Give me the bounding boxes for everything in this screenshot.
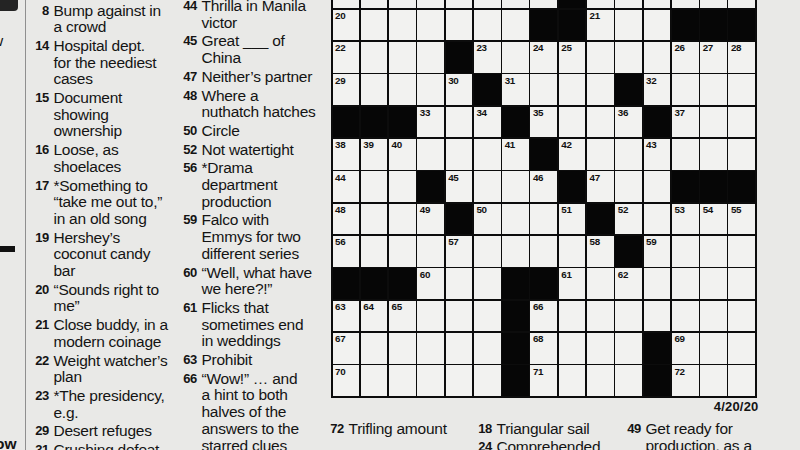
clue-text-line: China [202, 50, 285, 67]
cell-number: 72 [674, 366, 684, 377]
grid-cell-r4c15 [728, 10, 755, 41]
grid-cell-r3c4[interactable]: 18 [417, 0, 444, 8]
clue-44: 44Thrilla in Manilavictor [176, 0, 328, 31]
clue-16: 16Loose, asshoelaces [28, 142, 180, 175]
newspaper-crossword-page: w ow 8Bump against ina crowd14Hospital d… [0, 0, 800, 450]
grid-cell-r6c10[interactable] [587, 74, 614, 105]
grid-cell-r13c13[interactable] [672, 301, 699, 332]
grid-cell-r6c5[interactable]: 30 [446, 74, 473, 105]
grid-cell-r12c12[interactable] [644, 268, 671, 299]
clue-number: 16 [28, 142, 49, 175]
clue-text-line: Flicks that [202, 300, 304, 317]
cell-number: 56 [335, 236, 345, 247]
cell-number: 71 [533, 366, 543, 377]
bottom-clue-column-2: 18Triangular sail24Comprehended [470, 420, 600, 450]
cell-number: 51 [561, 204, 571, 215]
cell-number: 54 [703, 204, 713, 215]
clue-number: 14 [28, 38, 49, 88]
clue-number: 52 [176, 142, 197, 159]
grid-cell-r4c14 [700, 10, 727, 41]
grid-cell-r15c6[interactable] [474, 365, 501, 396]
grid-cell-r13c9[interactable] [559, 301, 586, 332]
cell-number: 37 [674, 107, 684, 118]
grid-cell-r11c3[interactable] [389, 236, 416, 267]
grid-cell-r13c6[interactable] [474, 301, 501, 332]
grid-cell-r13c15[interactable] [728, 301, 755, 332]
grid-cell-r6c12[interactable]: 32 [644, 74, 671, 105]
grid-cell-r4c10[interactable]: 21 [587, 10, 614, 41]
clue-text: Loose, asshoelaces [54, 142, 122, 175]
cell-number: 58 [590, 236, 600, 247]
grid-cell-r3c15[interactable] [728, 0, 755, 8]
clue-text-line: Get ready for [646, 420, 752, 437]
grid-cell-r15c3[interactable] [389, 365, 416, 396]
grid-cell-r12c4[interactable]: 60 [417, 268, 444, 299]
cell-number: 59 [646, 236, 656, 247]
clue-number: 49 [619, 420, 641, 450]
grid-cell-r15c14[interactable] [700, 365, 727, 396]
grid-cell-r15c12 [644, 365, 671, 396]
grid-cell-r7c6[interactable]: 34 [474, 107, 501, 138]
clue-text-line: halves of the [202, 404, 299, 421]
cell-number: 60 [420, 269, 430, 280]
grid-cell-r13c3[interactable]: 65 [389, 301, 416, 332]
grid-cell-r8c8 [530, 139, 557, 170]
clue-text-line: Weight watcher’s [54, 353, 168, 370]
grid-cell-r12c14[interactable] [700, 268, 727, 299]
clue-text-line: a hint to both [202, 387, 299, 404]
grid-cell-r5c3[interactable] [389, 42, 416, 73]
cell-number: 33 [420, 107, 430, 118]
grid-cell-r15c9[interactable] [559, 365, 586, 396]
grid-cell-r5c12[interactable] [644, 42, 671, 73]
grid-cell-r11c6[interactable] [474, 236, 501, 267]
clue-text: Triangular sail [497, 420, 590, 437]
clue-number: 21 [28, 317, 49, 350]
grid-cell-r9c3[interactable] [389, 171, 416, 202]
grid-cell-r5c11[interactable] [615, 42, 642, 73]
grid-cell-r9c8[interactable]: 46 [530, 171, 557, 202]
clue-22: 22Weight watcher’splan [28, 353, 180, 386]
clue-48: 48Where anuthatch hatches [176, 88, 328, 121]
clipped-letter-fragment-top: w [0, 32, 3, 49]
grid-cell-r6c7[interactable]: 31 [502, 74, 529, 105]
cell-number: 45 [448, 172, 458, 183]
bottom-clue-column-3: 49Get ready forproduction, as a [619, 420, 752, 450]
grid-cell-r7c5[interactable] [446, 107, 473, 138]
grid-cell-r15c11[interactable] [615, 365, 642, 396]
grid-cell-r3c2[interactable] [361, 0, 388, 8]
clue-text-line: department [202, 177, 278, 194]
grid-cell-r7c3 [389, 107, 416, 138]
cell-number: 47 [590, 172, 600, 183]
grid-cell-r8c5[interactable] [446, 139, 473, 170]
grid-cell-r11c10[interactable]: 58 [587, 236, 614, 267]
grid-cell-r10c4[interactable]: 49 [417, 204, 444, 235]
grid-cell-r8c15[interactable] [728, 139, 755, 170]
grid-cell-r5c5 [446, 42, 473, 73]
grid-cell-r3c13[interactable] [672, 0, 699, 8]
grid-cell-r14c6[interactable] [474, 333, 501, 364]
grid-cell-r14c9[interactable] [559, 333, 586, 364]
grid-cell-r5c10[interactable] [587, 42, 614, 73]
puzzle-date: 4/20/20 [600, 399, 759, 414]
grid-cell-r7c8[interactable]: 35 [530, 107, 557, 138]
grid-cell-r4c4[interactable] [417, 10, 444, 41]
grid-cell-r11c13[interactable] [672, 236, 699, 267]
grid-cell-r11c15[interactable] [728, 236, 755, 267]
clue-text-line: starred clues [202, 438, 299, 450]
grid-cell-r4c6[interactable] [474, 10, 501, 41]
grid-cell-r3c12[interactable] [644, 0, 671, 8]
grid-cell-r6c8[interactable] [530, 74, 557, 105]
grid-cell-r3c3[interactable] [389, 0, 416, 8]
grid-cell-r8c7[interactable]: 41 [502, 139, 529, 170]
grid-cell-r9c1[interactable]: 44 [333, 171, 360, 202]
clue-14: 14Hospital dept.for the neediestcases [28, 38, 180, 88]
clue-15: 15Documentshowingownership [28, 90, 180, 140]
cell-number: 36 [618, 107, 628, 118]
cell-number: 57 [448, 236, 458, 247]
clue-text: *Something to“take me out to,”in an old … [54, 178, 163, 228]
grid-cell-r11c4[interactable] [417, 236, 444, 267]
grid-cell-r10c12[interactable] [644, 204, 671, 235]
clue-text-line: Falco with [202, 212, 301, 229]
grid-cell-r10c15[interactable]: 55 [728, 204, 755, 235]
grid-cell-r10c11[interactable]: 52 [615, 204, 642, 235]
grid-cell-r12c10[interactable] [587, 268, 614, 299]
grid-cell-r5c4[interactable] [417, 42, 444, 73]
grid-cell-r14c14[interactable] [700, 333, 727, 364]
grid-cell-r4c7[interactable] [502, 10, 529, 41]
clue-23: 23*The presidency,e.g. [28, 388, 180, 421]
grid-cell-r13c12[interactable] [644, 301, 671, 332]
cell-number: 53 [674, 204, 684, 215]
grid-cell-r13c14[interactable] [700, 301, 727, 332]
grid-cell-r11c5[interactable]: 57 [446, 236, 473, 267]
grid-cell-r12c11[interactable]: 62 [615, 268, 642, 299]
grid-cell-r11c9[interactable] [559, 236, 586, 267]
grid-cell-r4c3[interactable] [389, 10, 416, 41]
grid-cell-r11c8[interactable] [530, 236, 557, 267]
grid-cell-r10c2[interactable] [361, 204, 388, 235]
grid-cell-r15c10[interactable] [587, 365, 614, 396]
grid-cell-r12c1 [333, 268, 360, 299]
grid-cell-r8c6[interactable] [474, 139, 501, 170]
cell-number: 21 [590, 10, 600, 21]
clue-text-line: production [202, 194, 278, 211]
clue-text: “Wow!” … anda hint to bothhalves of thea… [202, 371, 299, 450]
clue-text-line: Emmys for two [202, 229, 301, 246]
grid-cell-r14c5[interactable] [446, 333, 473, 364]
grid-cell-r8c14[interactable] [700, 139, 727, 170]
clue-text-line: sometimes end [202, 317, 304, 334]
clue-text: Thrilla in Manilavictor [202, 0, 306, 31]
grid-cell-r10c6[interactable]: 50 [474, 204, 501, 235]
clue-number: 17 [28, 178, 49, 228]
grid-cell-r4c2[interactable] [361, 10, 388, 41]
clue-text-line: ownership [54, 123, 123, 140]
grid-cell-r8c12[interactable]: 43 [644, 139, 671, 170]
grid-cell-r14c13[interactable]: 69 [672, 333, 699, 364]
grid-cell-r15c15[interactable] [728, 365, 755, 396]
grid-cell-r6c11 [615, 74, 642, 105]
clue-number: 60 [176, 265, 197, 298]
clue-text-line: Desert refuges [54, 423, 152, 440]
grid-cell-r5c13[interactable]: 26 [672, 42, 699, 73]
cell-number: 27 [703, 42, 713, 53]
grid-cell-r4c1[interactable]: 20 [333, 10, 360, 41]
grid-cell-r6c3[interactable] [389, 74, 416, 105]
grid-cell-r14c15[interactable] [728, 333, 755, 364]
clue-text-line: Thrilla in Manila [202, 0, 306, 15]
grid-cell-r12c13[interactable] [672, 268, 699, 299]
grid-cell-r14c3[interactable] [389, 333, 416, 364]
grid-cell-r8c1[interactable]: 38 [333, 139, 360, 170]
grid-cell-r3c11[interactable] [615, 0, 642, 8]
clue-text: Trifling amount [349, 420, 447, 437]
clue-8: 8Bump against ina crowd [28, 3, 180, 36]
clue-45: 45Great ___ ofChina [176, 33, 328, 66]
grid-cell-r10c10 [587, 204, 614, 235]
grid-cell-r12c9[interactable]: 61 [559, 268, 586, 299]
clue-text: Close buddy, in amodern coinage [54, 317, 168, 350]
clue-text-line: Document [54, 90, 123, 107]
grid-cell-r5c6[interactable]: 23 [474, 42, 501, 73]
cell-number: 50 [476, 204, 486, 215]
grid-cell-r8c11[interactable] [615, 139, 642, 170]
clue-text-line: a crowd [54, 19, 161, 36]
grid-cell-r9c5[interactable]: 45 [446, 171, 473, 202]
clue-text-line: *Drama [202, 160, 278, 177]
grid-cell-r4c11[interactable] [615, 10, 642, 41]
grid-cell-r10c7[interactable] [502, 204, 529, 235]
grid-cell-r7c14[interactable] [700, 107, 727, 138]
grid-cell-r13c10[interactable] [587, 301, 614, 332]
clue-text: Hershey’scoconut candybar [54, 230, 151, 280]
clue-20: 20“Sounds right tome” [28, 282, 180, 315]
grid-cell-r14c1[interactable]: 67 [333, 333, 360, 364]
grid-cell-r3c6[interactable] [474, 0, 501, 8]
clue-24: 24Comprehended [470, 438, 600, 450]
grid-cell-r6c4[interactable] [417, 74, 444, 105]
clue-text-line: different series [202, 246, 301, 263]
cell-number: 26 [674, 42, 684, 53]
grid-cell-r9c6[interactable] [474, 171, 501, 202]
clue-63: 63Prohibit [176, 352, 328, 369]
clue-text-line: “Wow!” … and [202, 371, 299, 388]
grid-cell-r5c9[interactable]: 25 [559, 42, 586, 73]
cell-number: 61 [561, 269, 571, 280]
grid-cell-r12c5[interactable] [446, 268, 473, 299]
grid-cell-r10c14[interactable]: 54 [700, 204, 727, 235]
grid-cell-r13c4[interactable] [417, 301, 444, 332]
clue-number: 8 [28, 3, 49, 36]
grid-cell-r3c14[interactable] [700, 0, 727, 8]
grid-cell-r5c8[interactable]: 24 [530, 42, 557, 73]
grid-cell-r15c4[interactable] [417, 365, 444, 396]
cell-number: 34 [476, 107, 486, 118]
grid-cell-r5c14[interactable]: 27 [700, 42, 727, 73]
grid-cell-r11c7[interactable] [502, 236, 529, 267]
grid-cell-r8c2[interactable]: 39 [361, 139, 388, 170]
grid-cell-r9c12[interactable] [644, 171, 671, 202]
grid-cell-r9c7[interactable] [502, 171, 529, 202]
clue-text-line: we here?!” [202, 281, 312, 298]
grid-cell-r9c15 [728, 171, 755, 202]
grid-cell-r11c14[interactable] [700, 236, 727, 267]
clue-number: 44 [176, 0, 197, 31]
across-clues-column-middle: 44Thrilla in Manilavictor45Great ___ ofC… [176, 0, 328, 450]
grid-cell-r5c7[interactable] [502, 42, 529, 73]
grid-cell-r13c2[interactable]: 64 [361, 301, 388, 332]
grid-cell-r6c13[interactable] [672, 74, 699, 105]
grid-cell-r6c1[interactable]: 29 [333, 74, 360, 105]
clue-72: 72Trifling amount [322, 420, 447, 437]
clue-text-line: Not watertight [202, 142, 294, 159]
grid-cell-r10c8[interactable] [530, 204, 557, 235]
grid-cell-r7c11[interactable]: 36 [615, 107, 642, 138]
clue-text: Comprehended [497, 438, 601, 450]
clue-number: 24 [470, 438, 492, 450]
clue-text: Circle [202, 123, 240, 140]
grid-cell-r8c10[interactable] [587, 139, 614, 170]
clue-31: 31Crushing defeat [28, 442, 180, 450]
clue-number: 20 [28, 282, 49, 315]
grid-cell-r10c1[interactable]: 48 [333, 204, 360, 235]
clue-text-line: showing [54, 107, 123, 124]
grid-cell-r4c12[interactable] [644, 10, 671, 41]
clue-text-line: Hershey’s [54, 230, 151, 247]
grid-cell-r10c13[interactable]: 53 [672, 204, 699, 235]
clue-text-line: Circle [202, 123, 240, 140]
grid-cell-r3c9 [559, 0, 586, 8]
grid-cell-r7c13[interactable]: 37 [672, 107, 699, 138]
cell-number: 63 [335, 301, 345, 312]
grid-cell-r12c6[interactable] [474, 268, 501, 299]
grid-cell-r9c10[interactable]: 47 [587, 171, 614, 202]
grid-cell-r7c15[interactable] [728, 107, 755, 138]
grid-cell-r5c2[interactable] [361, 42, 388, 73]
clue-47: 47Neither’s partner [176, 69, 328, 86]
clue-text: Prohibit [202, 352, 253, 369]
grid-cell-r14c2[interactable] [361, 333, 388, 364]
clue-text-line: answers to the [202, 421, 299, 438]
grid-cell-r10c9[interactable]: 51 [559, 204, 586, 235]
cell-number: 32 [646, 75, 656, 86]
clue-17: 17*Something to“take me out to,”in an ol… [28, 178, 180, 228]
grid-cell-r9c11[interactable] [615, 171, 642, 202]
grid-cell-r7c4[interactable]: 33 [417, 107, 444, 138]
grid-cell-r11c12[interactable]: 59 [644, 236, 671, 267]
clue-text-line: “Sounds right to [54, 282, 159, 299]
grid-cell-r5c1[interactable]: 22 [333, 42, 360, 73]
cell-number: 43 [646, 139, 656, 150]
clue-29: 29Desert refuges [28, 423, 180, 440]
column-divider-rule [25, 0, 27, 450]
grid-cell-r6c2[interactable] [361, 74, 388, 105]
grid-cell-r13c1[interactable]: 63 [333, 301, 360, 332]
grid-cell-r7c10[interactable] [587, 107, 614, 138]
grid-cell-r15c8[interactable]: 71 [530, 365, 557, 396]
clue-text-line: e.g. [54, 405, 165, 422]
grid-cell-r3c8[interactable] [530, 0, 557, 8]
grid-cell-r14c11[interactable] [615, 333, 642, 364]
grid-cell-r10c5 [446, 204, 473, 235]
clue-text-line: nuthatch hatches [202, 104, 316, 121]
grid-cell-r6c9[interactable] [559, 74, 586, 105]
grid-cell-r8c9[interactable]: 42 [559, 139, 586, 170]
cell-number: 23 [476, 42, 486, 53]
cell-number: 46 [533, 172, 543, 183]
bottom-clue-column-1: 72Trifling amount [322, 420, 447, 438]
grid-cell-r13c11[interactable] [615, 301, 642, 332]
clue-60: 60“Well, what havewe here?!” [176, 265, 328, 298]
grid-cell-r8c4[interactable] [417, 139, 444, 170]
grid-cell-r7c9[interactable] [559, 107, 586, 138]
grid-cell-r15c13[interactable]: 72 [672, 365, 699, 396]
cell-number: 66 [533, 301, 543, 312]
grid-cell-r6c15[interactable] [728, 74, 755, 105]
clue-text: Not watertight [202, 142, 294, 159]
grid-cell-r3c10[interactable]: 19 [587, 0, 614, 8]
clue-text-line: shoelaces [54, 159, 122, 176]
grid-cell-r9c9 [559, 171, 586, 202]
clue-number: 48 [176, 88, 197, 121]
cell-number: 55 [731, 204, 741, 215]
grid-cell-r8c3[interactable]: 40 [389, 139, 416, 170]
grid-cell-r14c10[interactable] [587, 333, 614, 364]
cell-number: 42 [561, 139, 571, 150]
clue-text: Hospital dept.for the neediestcases [54, 38, 157, 88]
grid-cell-r15c5[interactable] [446, 365, 473, 396]
clue-text: “Sounds right tome” [54, 282, 159, 315]
grid-cell-r6c14[interactable] [700, 74, 727, 105]
grid-cell-r9c2[interactable] [361, 171, 388, 202]
grid-cell-r12c15[interactable] [728, 268, 755, 299]
clue-text-line: Close buddy, in a [54, 317, 168, 334]
grid-cell-r14c8[interactable]: 68 [530, 333, 557, 364]
clue-text-line: coconut candy [54, 246, 151, 263]
grid-cell-r13c8[interactable]: 66 [530, 301, 557, 332]
cell-number: 38 [335, 139, 345, 150]
grid-cell-r9c14 [700, 171, 727, 202]
grid-cell-r4c5[interactable] [446, 10, 473, 41]
grid-cell-r15c1[interactable]: 70 [333, 365, 360, 396]
clue-text-line: Comprehended [497, 438, 601, 450]
grid-cell-r3c7[interactable] [502, 0, 529, 8]
grid-cell-r3c5[interactable] [446, 0, 473, 8]
grid-cell-r3c1[interactable]: 17 [333, 0, 360, 8]
grid-cell-r10c3[interactable] [389, 204, 416, 235]
clue-text: Documentshowingownership [54, 90, 123, 140]
grid-cell-r11c2[interactable] [361, 236, 388, 267]
grid-cell-r12c3 [389, 268, 416, 299]
grid-cell-r15c2[interactable] [361, 365, 388, 396]
clue-text-line: “Well, what have [202, 265, 312, 282]
grid-cell-r7c1 [333, 107, 360, 138]
clipped-black-square-fragment [0, 0, 18, 11]
clue-number: 45 [176, 33, 197, 66]
grid-cell-r14c12 [644, 333, 671, 364]
grid-cell-r11c1[interactable]: 56 [333, 236, 360, 267]
grid-cell-r5c15[interactable]: 28 [728, 42, 755, 73]
grid-cell-r8c13[interactable] [672, 139, 699, 170]
grid-cell-r7c12 [644, 107, 671, 138]
grid-cell-r13c5[interactable] [446, 301, 473, 332]
grid-cell-r14c4[interactable] [417, 333, 444, 364]
grid-cell-r12c8 [530, 268, 557, 299]
